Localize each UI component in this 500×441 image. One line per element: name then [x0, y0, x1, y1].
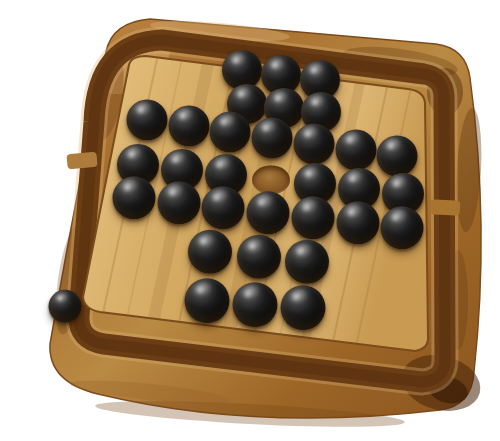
marble-highlight — [237, 282, 262, 303]
marble-highlight — [290, 240, 315, 261]
marble-highlight — [117, 177, 141, 197]
piece-layer — [0, 0, 500, 441]
marble-highlight — [122, 144, 146, 164]
marble-highlight — [251, 192, 275, 212]
marble-r6c3[interactable] — [188, 230, 232, 274]
marble-r5c5[interactable] — [291, 196, 334, 239]
marble-r3c5[interactable] — [293, 123, 334, 164]
marble-r3c7[interactable] — [377, 135, 418, 176]
marble-highlight — [226, 51, 248, 70]
marble-highlight — [298, 124, 321, 143]
marble-highlight — [210, 154, 234, 174]
marble-r3c2[interactable] — [168, 105, 209, 146]
marble-r6c5[interactable] — [285, 240, 329, 284]
marble-r3c1[interactable] — [127, 99, 168, 140]
marble-highlight — [52, 290, 71, 306]
marble-highlight — [256, 118, 279, 137]
marble-highlight — [189, 279, 214, 300]
photo-stage — [0, 0, 500, 441]
marble-highlight — [285, 286, 310, 307]
marble-highlight — [193, 230, 218, 251]
marble-highlight — [131, 100, 154, 119]
marble-highlight — [268, 89, 290, 108]
marble-highlight — [387, 173, 411, 193]
marble-r5c3[interactable] — [202, 186, 245, 229]
tray-marble[interactable] — [49, 290, 82, 323]
marble-highlight — [231, 85, 253, 104]
marble-highlight — [162, 182, 186, 202]
marble-r5c6[interactable] — [336, 201, 379, 244]
marble-r6c4[interactable] — [237, 235, 281, 279]
marble-highlight — [173, 106, 196, 125]
marble-highlight — [305, 93, 327, 112]
marble-r5c1[interactable] — [113, 176, 156, 219]
marble-r7c3[interactable] — [185, 278, 230, 323]
marble-highlight — [214, 112, 237, 131]
marble-r5c2[interactable] — [157, 181, 200, 224]
marble-highlight — [298, 164, 322, 184]
marble-highlight — [381, 136, 404, 155]
marble-highlight — [304, 61, 326, 80]
marble-highlight — [166, 149, 190, 169]
marble-highlight — [343, 168, 367, 188]
marble-r3c6[interactable] — [335, 129, 376, 170]
marble-r3c3[interactable] — [210, 111, 251, 152]
marble-highlight — [341, 202, 365, 222]
marble-highlight — [339, 130, 362, 149]
marble-r7c4[interactable] — [233, 282, 278, 327]
marble-highlight — [385, 207, 409, 227]
marble-r3c4[interactable] — [252, 117, 293, 158]
marble-highlight — [296, 197, 320, 217]
marble-r5c4[interactable] — [247, 191, 290, 234]
marble-r5c7[interactable] — [381, 206, 424, 249]
marble-highlight — [241, 235, 266, 256]
marble-r7c5[interactable] — [281, 285, 326, 330]
marble-highlight — [207, 187, 231, 207]
marble-highlight — [265, 56, 287, 75]
